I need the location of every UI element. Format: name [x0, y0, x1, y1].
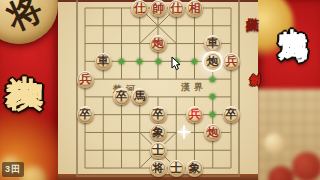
xiangqi-piece-red[interactable]: 相	[186, 0, 203, 17]
move-hint-dot[interactable]	[119, 59, 124, 64]
decorative-general-char: 将	[0, 0, 50, 41]
xiangqi-piece-red[interactable]: 兵	[77, 71, 94, 88]
xiangqi-piece-red[interactable]: 炮	[150, 35, 167, 52]
xiangqi-piece-red[interactable]: 仕	[131, 0, 148, 17]
xiangqi-piece-black[interactable]: 象	[186, 160, 203, 177]
sparkle-effect	[177, 125, 191, 139]
blurred-board-photo-bottom-right	[256, 89, 320, 180]
xiangqi-piece-black[interactable]: 象	[150, 124, 167, 141]
xiangqi-piece-black[interactable]: 炮	[204, 53, 221, 70]
xiangqi-piece-red[interactable]: 兵	[223, 53, 240, 70]
xiangqi-piece-red[interactable]: 帥	[150, 0, 167, 17]
xiangqi-piece-black[interactable]: 卒	[150, 106, 167, 123]
move-hint-dot[interactable]	[192, 59, 197, 64]
author-tag: 象棋大师	[246, 6, 259, 10]
xiangqi-piece-black[interactable]: 卒	[77, 106, 94, 123]
title-right: 中炮对屏风马	[279, 8, 308, 20]
move-hint-dot[interactable]	[156, 59, 161, 64]
title-left: 大神象棋	[6, 52, 44, 60]
xiangqi-piece-black[interactable]: 士	[150, 142, 167, 159]
xiangqi-piece-black[interactable]: 車	[95, 53, 112, 70]
river-label-han: 漢界	[181, 81, 207, 94]
move-hint-dot[interactable]	[210, 77, 215, 82]
channel-logo: 3田	[2, 162, 24, 177]
board-grid: 仕帥仕相炮車車炮兵兵卒馬卒卒兵卒象炮士将士象	[58, 0, 258, 180]
xiangqi-piece-red[interactable]: 仕	[168, 0, 185, 17]
author-tag2: 创新	[249, 64, 260, 68]
xiangqi-piece-black[interactable]: 卒	[223, 106, 240, 123]
xiangqi-piece-black[interactable]: 将	[150, 160, 167, 177]
xiangqi-board[interactable]: 仕帥仕相炮車車炮兵兵卒馬卒卒兵卒象炮士将士象 楚河 漢界	[58, 0, 258, 180]
video-thumbnail: 将 仕帥仕相炮車車炮兵兵卒馬卒卒兵卒象炮士将士象 楚河 漢界 大神象棋 中炮对屏…	[0, 0, 320, 180]
xiangqi-piece-black[interactable]: 士	[168, 160, 185, 177]
